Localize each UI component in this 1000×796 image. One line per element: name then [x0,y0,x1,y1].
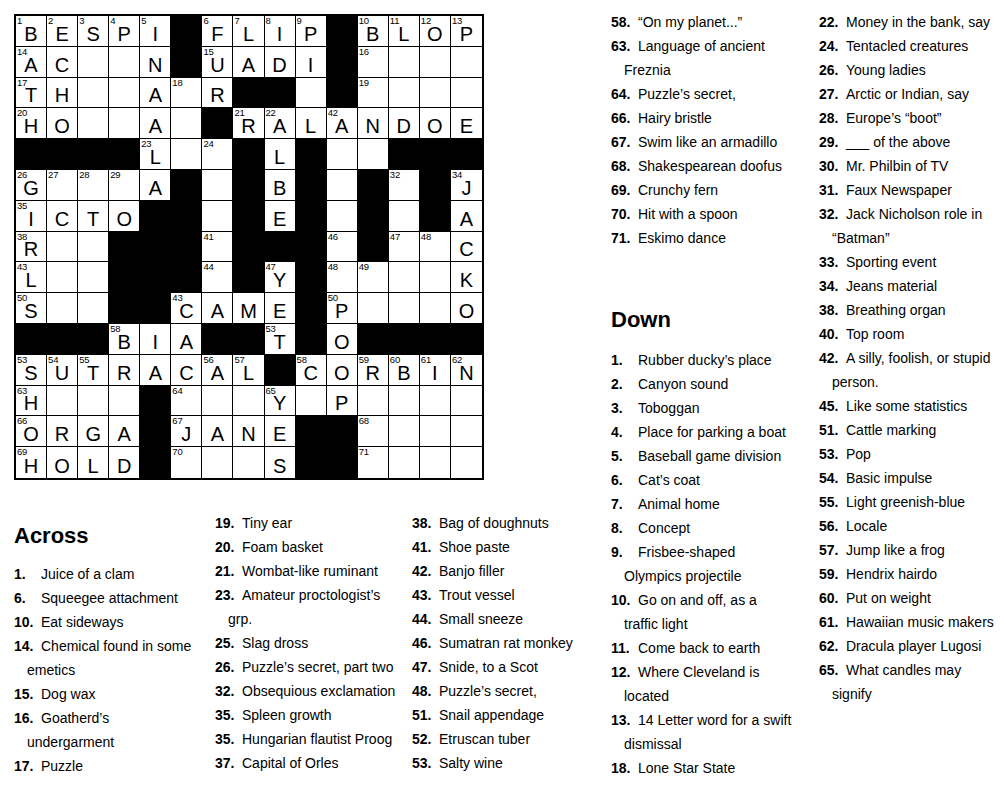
clue-item: 45.Like some statistics [819,394,1000,418]
cell-r14-c10 [296,416,327,447]
cell-r6-c15[interactable]: 34J [451,170,482,201]
clue-number: 38. [819,298,846,322]
cell-r3-c9 [265,78,296,109]
cell-r13-c4[interactable] [109,386,140,417]
clue-text: Basic impulse [846,470,932,486]
cell-r6-c7[interactable] [202,170,233,201]
clue-number: 24. [819,34,846,58]
clue-item: 35.Spleen growth [215,703,412,727]
cell-r2-c12[interactable]: 16 [358,47,389,78]
cell-r3-c7[interactable]: R [202,78,233,109]
cell-r2-c9[interactable]: D [265,47,296,78]
clue-item: 41.Shoe paste [412,535,611,559]
cell-r3-c14[interactable] [420,78,451,109]
clue-item: 22.Money in the bank, say [819,10,1000,34]
clue-text: Trout vessel [439,587,515,603]
cell-r15-c2[interactable]: O [47,447,78,478]
cell-r11-c12 [358,324,389,355]
clue-item: 6.Squeegee attachment [14,586,214,610]
cell-r1-c13[interactable]: 11L [389,16,420,47]
cell-letter: B [109,332,139,352]
across-clue-list-2: 19.Tiny ear20.Foam basket21.Wombat-like … [215,511,412,775]
cell-r3-c10[interactable] [296,78,327,109]
cell-r4-c5[interactable]: A [140,108,171,139]
cell-r12-c13[interactable]: 60B [389,355,420,386]
cell-r7-c12 [358,201,389,232]
cell-r8-c10 [296,232,327,263]
clue-item: 43.Trout vessel [412,583,611,607]
cell-r4-c14[interactable]: O [420,108,451,139]
cell-r5-c15 [451,139,482,170]
clue-item: 26.Puzzle’s secret, part two [215,655,412,679]
cell-r2-c15[interactable] [451,47,482,78]
cell-r4-c9[interactable]: 22A [265,108,296,139]
cell-r13-c9[interactable]: 65Y [265,386,296,417]
cell-r3-c3[interactable] [78,78,109,109]
cell-r13-c7[interactable] [202,386,233,417]
cell-letter: D [265,55,295,75]
cell-r7-c1[interactable]: 35I [16,201,47,232]
clue-text: Chemical found in some emetics [27,638,191,678]
clue-text: Locale [846,518,887,534]
cell-r2-c14[interactable] [420,47,451,78]
cell-r9-c11[interactable]: 48 [327,262,358,293]
crossword-grid: 1B2E3S4P5I6F7L8I9P10B11L12O13P14ACN15UAD… [14,14,484,480]
cell-number: 71 [359,447,369,457]
cell-r8-c14[interactable]: 48 [420,232,451,263]
clue-number: 63. [611,34,638,58]
clue-number: 38. [412,511,439,535]
cell-r8-c1[interactable]: 38R [16,232,47,263]
clue-number: 58. [611,10,638,34]
clue-number: 26. [215,655,242,679]
cell-r2-c4[interactable] [109,47,140,78]
across-clues-column-3: 38.Bag of doughnuts41.Shoe paste42.Banjo… [412,511,611,775]
clue-text: Put on weight [846,590,931,606]
cell-r3-c15[interactable] [451,78,482,109]
cell-r11-c7 [202,324,233,355]
cell-r2-c13[interactable] [389,47,420,78]
cell-r8-c5 [140,232,171,263]
clue-item: 10.Eat sideways [14,610,214,634]
cell-r6-c11[interactable] [327,170,358,201]
cell-r15-c6[interactable]: 70 [171,447,202,478]
clue-text: Puzzle’s secret, [439,683,537,699]
cell-r14-c15[interactable] [451,416,482,447]
cell-r10-c12[interactable] [358,293,389,324]
cell-r7-c9[interactable]: E [265,201,296,232]
clue-text: Banjo filler [439,563,504,579]
cell-r14-c14[interactable] [420,416,451,447]
cell-r3-c4[interactable] [109,78,140,109]
cell-r14-c3[interactable]: G [78,416,109,447]
cell-r7-c11[interactable] [327,201,358,232]
across-clue-list-4: 58.“On my planet...”63.Language of ancie… [611,10,819,250]
clue-text: Money in the bank, say [846,14,990,30]
cell-r5-c2 [47,139,78,170]
cell-r2-c1[interactable]: 14A [16,47,47,78]
cell-letter: R [109,363,139,383]
cell-r2-c8[interactable]: A [233,47,264,78]
clue-item: 33.Sporting event [819,250,1000,274]
clue-text: Wombat-like ruminant [242,563,378,579]
cell-r15-c3[interactable]: L [78,447,109,478]
cell-r13-c6[interactable]: 64 [171,386,202,417]
clue-number: 53. [412,751,439,775]
cell-r14-c12[interactable]: 68 [358,416,389,447]
clue-text: Snide, to a Scot [439,659,538,675]
across-clue-list-1: 1.Juice of a clam6.Squeegee attachment10… [14,562,214,778]
clue-item: 32.Obsequious exclamation [215,679,412,703]
clue-number: 1. [14,562,41,586]
cell-r9-c3[interactable] [78,262,109,293]
clue-item: 65.What candles may signify [819,658,1000,706]
cell-r8-c8 [233,232,264,263]
clue-number: 69. [611,178,638,202]
cell-r1-c9[interactable]: 8I [265,16,296,47]
cell-r1-c8[interactable]: 7L [233,16,264,47]
cell-letter: R [233,116,263,136]
cell-r5-c6[interactable] [171,139,202,170]
cell-r1-c2[interactable]: 2E [47,16,78,47]
clue-number: 28. [819,106,846,130]
cell-r6-c13[interactable]: 32 [389,170,420,201]
cell-letter: A [202,424,232,444]
cell-r10-c13[interactable] [389,293,420,324]
cell-r4-c7 [202,108,233,139]
clue-text: Animal home [638,496,720,512]
cell-r8-c2[interactable] [47,232,78,263]
cell-letter: A [140,363,170,383]
cell-r12-c3[interactable]: 55T [78,355,109,386]
cell-r14-c6[interactable]: 67J [171,416,202,447]
cell-letter: E [47,24,77,44]
cell-r12-c4[interactable]: R [109,355,140,386]
cell-r4-c4[interactable] [109,108,140,139]
cell-r13-c2[interactable] [47,386,78,417]
clue-text: Sumatran rat monkey [439,635,573,651]
cell-number: 44 [203,262,213,272]
cell-r4-c3[interactable] [78,108,109,139]
cell-number: 28 [79,170,89,180]
cell-r5-c11[interactable] [327,139,358,170]
cell-r1-c5[interactable]: 5I [140,16,171,47]
cell-r12-c7[interactable]: 56A [202,355,233,386]
cell-letter: R [16,239,46,259]
cell-r3-c5[interactable]: A [140,78,171,109]
cell-r12-c10[interactable]: 58C [296,355,327,386]
cell-r12-c11[interactable]: O [327,355,358,386]
clue-text: Shakespearean doofus [638,158,782,174]
cell-letter: T [78,209,108,229]
cell-r5-c7[interactable]: 24 [202,139,233,170]
clue-text: Small sneeze [439,611,523,627]
cell-r4-c13[interactable]: D [389,108,420,139]
cell-letter: T [265,332,295,352]
cell-r15-c13[interactable] [389,447,420,478]
clue-number: 25. [215,631,242,655]
clue-item: 21.Wombat-like ruminant [215,559,412,583]
cell-r14-c13[interactable] [389,416,420,447]
cell-r1-c7[interactable]: 6F [202,16,233,47]
across-clue-list-3: 38.Bag of doughnuts41.Shoe paste42.Banjo… [412,511,611,775]
cell-number: 16 [359,47,369,57]
cell-letter: L [296,116,326,136]
cell-r5-c14 [420,139,451,170]
clue-number: 6. [14,586,41,610]
cell-r6-c9[interactable]: B [265,170,296,201]
cell-r14-c9[interactable]: E [265,416,296,447]
cell-r13-c12[interactable] [358,386,389,417]
clue-number: 8. [611,516,638,540]
clue-number: 62. [819,634,846,658]
cell-r10-c3[interactable] [78,293,109,324]
cell-r14-c1[interactable]: 66O [16,416,47,447]
cell-r11-c15 [451,324,482,355]
cell-r4-c1[interactable]: 20H [16,108,47,139]
clue-number: 17. [14,754,41,778]
cell-r9-c14[interactable] [420,262,451,293]
cell-r11-c3 [78,324,109,355]
cell-r10-c15[interactable]: O [451,293,482,324]
cell-r10-c7[interactable]: A [202,293,233,324]
cell-r15-c15[interactable] [451,447,482,478]
cell-r7-c7[interactable] [202,201,233,232]
cell-r12-c5[interactable]: A [140,355,171,386]
cell-r1-c6 [171,16,202,47]
cell-r11-c4[interactable]: 58B [109,324,140,355]
cell-r12-c6[interactable]: C [171,355,202,386]
cell-letter: R [358,363,388,383]
cell-r1-c14[interactable]: 12O [420,16,451,47]
cell-r4-c2[interactable]: O [47,108,78,139]
cell-r13-c15[interactable] [451,386,482,417]
cell-letter: A [140,85,170,105]
cell-r8-c13[interactable]: 47 [389,232,420,263]
cell-letter: J [451,178,482,198]
cell-r14-c8[interactable]: N [233,416,264,447]
cell-r12-c2[interactable]: 54U [47,355,78,386]
cell-r6-c5[interactable]: A [140,170,171,201]
clue-number: 7. [611,492,638,516]
cell-r10-c1[interactable]: 50S [16,293,47,324]
cell-r15-c14[interactable] [420,447,451,478]
cell-letter: R [202,85,232,105]
clue-number: 21. [215,559,242,583]
clue-number: 4. [611,420,638,444]
cell-letter: Y [265,270,295,290]
cell-r15-c11 [327,447,358,478]
cell-r6-c3[interactable]: 28 [78,170,109,201]
cell-r11-c2 [47,324,78,355]
cell-r11-c9[interactable]: 53T [265,324,296,355]
clue-item: 46.Sumatran rat monkey [412,631,611,655]
clue-item: 38.Bag of doughnuts [412,511,611,535]
cell-r13-c5 [140,386,171,417]
cell-r12-c12[interactable]: 59R [358,355,389,386]
cell-r8-c7[interactable]: 41 [202,232,233,263]
cell-r9-c1[interactable]: 43L [16,262,47,293]
cell-r4-c12[interactable]: N [358,108,389,139]
cell-r12-c1[interactable]: 53S [16,355,47,386]
cell-r7-c2[interactable]: C [47,201,78,232]
clue-number: 15. [14,682,41,706]
cell-r14-c7[interactable]: A [202,416,233,447]
cell-letter: P [109,24,139,44]
clue-number: 41. [412,535,439,559]
cell-r8-c15[interactable]: C [451,232,482,263]
cell-r4-c6[interactable] [171,108,202,139]
cell-r1-c12[interactable]: 10B [358,16,389,47]
cell-r13-c13[interactable] [389,386,420,417]
cell-letter: A [265,116,295,136]
clue-number: 23. [215,583,242,607]
cell-r13-c14[interactable] [420,386,451,417]
cell-r10-c14[interactable] [420,293,451,324]
cell-r1-c4[interactable]: 4P [109,16,140,47]
cell-r11-c6[interactable]: A [171,324,202,355]
cell-r15-c9[interactable]: S [265,447,296,478]
cell-r2-c5[interactable]: N [140,47,171,78]
cell-r13-c8[interactable] [233,386,264,417]
cell-letter: L [78,456,108,476]
clue-text: Mr. Philbin of TV [846,158,948,174]
cell-r7-c15[interactable]: A [451,201,482,232]
clue-number: 2. [611,372,638,396]
cell-r15-c12[interactable]: 71 [358,447,389,478]
cell-r8-c11[interactable]: 46 [327,232,358,263]
cell-r9-c12[interactable]: 49 [358,262,389,293]
cell-r9-c15[interactable]: K [451,262,482,293]
clue-number: 51. [819,418,846,442]
cell-r4-c11[interactable]: 42A [327,108,358,139]
cell-r6-c1[interactable]: 26G [16,170,47,201]
cell-r1-c10[interactable]: 9P [296,16,327,47]
cell-r15-c1[interactable]: 69H [16,447,47,478]
cell-letter: Y [265,393,295,413]
cell-letter: B [16,24,46,44]
cell-r15-c4[interactable]: D [109,447,140,478]
clue-text: Place for parking a boat [638,424,786,440]
clues-column-4: 58.“On my planet...”63.Language of ancie… [611,10,819,780]
cell-r1-c1[interactable]: 1B [16,16,47,47]
cell-r13-c1[interactable]: 63H [16,386,47,417]
cell-letter: E [265,301,295,321]
cell-r10-c6[interactable]: 43C [171,293,202,324]
clue-text: Salty wine [439,755,503,771]
cell-r7-c3[interactable]: T [78,201,109,232]
cell-r10-c11[interactable]: 50P [327,293,358,324]
cell-r3-c1[interactable]: 17T [16,78,47,109]
cell-r12-c8[interactable]: 57L [233,355,264,386]
cell-letter: I [140,24,170,44]
cell-r6-c2[interactable]: 27 [47,170,78,201]
cell-r13-c11[interactable]: P [327,386,358,417]
cell-r12-c15[interactable]: 62N [451,355,482,386]
cell-r4-c15[interactable]: E [451,108,482,139]
cell-r1-c3[interactable]: 3S [78,16,109,47]
cell-r13-c10[interactable] [296,386,327,417]
cell-r10-c9[interactable]: E [265,293,296,324]
clue-item: 62.Dracula player Lugosi [819,634,1000,658]
cell-r1-c15[interactable]: 13P [451,16,482,47]
cell-r9-c7[interactable]: 44 [202,262,233,293]
cell-r5-c4 [109,139,140,170]
cell-r15-c7[interactable] [202,447,233,478]
cell-r14-c2[interactable]: R [47,416,78,447]
cell-r7-c13[interactable] [389,201,420,232]
cell-letter: A [109,424,139,444]
cell-letter: C [47,55,77,75]
cell-r14-c4[interactable]: A [109,416,140,447]
clue-number: 52. [412,727,439,751]
cell-letter: C [47,209,77,229]
cell-r10-c8[interactable]: M [233,293,264,324]
cell-r2-c3[interactable] [78,47,109,78]
cell-number: 18 [172,78,182,88]
clue-item: 57.Jump like a frog [819,538,1000,562]
clue-item: 42.Banjo filler [412,559,611,583]
cell-r2-c7[interactable]: 15U [202,47,233,78]
clue-item: 37.Capital of Orles [215,751,412,775]
cell-r4-c8[interactable]: 21R [233,108,264,139]
cell-r11-c5[interactable]: I [140,324,171,355]
cell-r3-c13[interactable] [389,78,420,109]
cell-r8-c3[interactable] [78,232,109,263]
cell-r2-c2[interactable]: C [47,47,78,78]
cell-r9-c10 [296,262,327,293]
cell-r15-c8[interactable] [233,447,264,478]
cell-r3-c12[interactable]: 19 [358,78,389,109]
cell-r6-c4[interactable]: 29 [109,170,140,201]
clue-number: 3. [611,396,638,420]
cell-r4-c10[interactable]: L [296,108,327,139]
cell-r3-c6[interactable]: 18 [171,78,202,109]
cell-r11-c11[interactable]: O [327,324,358,355]
clue-text: Foam basket [242,539,323,555]
clue-number: 11. [611,636,638,660]
cell-letter: T [16,85,46,105]
clue-number: 1. [611,348,638,372]
cell-r3-c2[interactable]: H [47,78,78,109]
cell-r9-c9[interactable]: 47Y [265,262,296,293]
cell-r5-c9[interactable]: L [265,139,296,170]
clue-item: 71.Eskimo dance [611,226,819,250]
cell-r11-c8 [233,324,264,355]
clue-number: 44. [412,607,439,631]
clue-item: 35.Hungarian flautist Proog [215,727,412,751]
cell-r5-c12[interactable] [358,139,389,170]
cell-r12-c14[interactable]: 61I [420,355,451,386]
cell-r9-c2[interactable] [47,262,78,293]
cell-r13-c3[interactable] [78,386,109,417]
clue-text: Cat’s coat [638,472,700,488]
cell-r10-c2[interactable] [47,293,78,324]
cell-r11-c14 [420,324,451,355]
cell-r2-c10[interactable]: I [296,47,327,78]
cell-letter: B [358,24,388,44]
clue-text: Jack Nicholson role in “Batman” [832,206,982,246]
cell-r7-c4[interactable]: O [109,201,140,232]
clue-text: Tiny ear [242,515,292,531]
clue-text: “On my planet...” [638,14,742,30]
clue-text: Top room [846,326,904,342]
clue-text: Hendrix hairdo [846,566,937,582]
cell-r9-c13[interactable] [389,262,420,293]
cell-r5-c5[interactable]: 23L [140,139,171,170]
clue-number: 10. [14,610,41,634]
cell-letter: E [265,424,295,444]
